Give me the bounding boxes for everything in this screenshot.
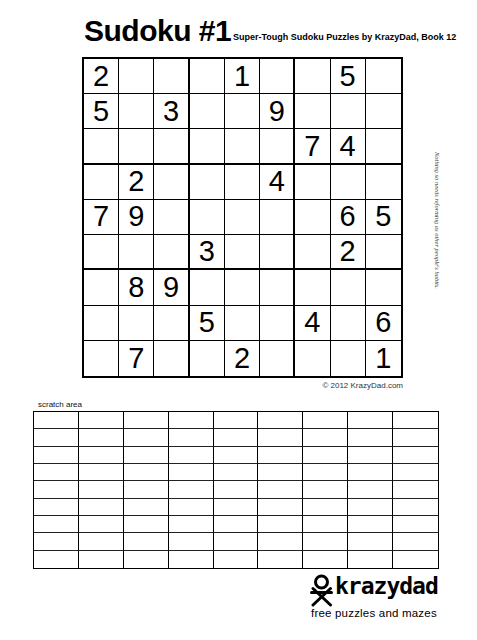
sudoku-cell-r2c6[interactable]: 9 xyxy=(260,94,295,129)
scratch-cell[interactable] xyxy=(348,499,393,516)
sudoku-cell-r6c9[interactable] xyxy=(366,235,401,270)
sudoku-cell-r4c3[interactable] xyxy=(154,165,189,200)
scratch-cell[interactable] xyxy=(124,499,169,516)
sudoku-cell-r3c2[interactable] xyxy=(119,129,154,164)
sudoku-cell-r3c9[interactable] xyxy=(366,129,401,164)
scratch-cell[interactable] xyxy=(258,429,303,446)
scratch-cell[interactable] xyxy=(124,447,169,464)
sudoku-cell-r9c1[interactable] xyxy=(84,341,119,376)
scratch-cell[interactable] xyxy=(79,551,124,568)
sudoku-cell-r5c6[interactable] xyxy=(260,200,295,235)
sudoku-cell-r1c1[interactable]: 2 xyxy=(84,59,119,94)
scratch-cell[interactable] xyxy=(34,516,79,533)
sudoku-page: Sudoku #1 Super-Tough Sudoku Puzzles by … xyxy=(0,0,477,640)
sudoku-cell-r4c7[interactable] xyxy=(295,165,330,200)
scratch-cell[interactable] xyxy=(124,481,169,498)
scratch-cell[interactable] xyxy=(34,481,79,498)
scratch-cell[interactable] xyxy=(169,464,214,481)
sudoku-cell-r3c3[interactable] xyxy=(154,129,189,164)
sudoku-cell-r5c7[interactable] xyxy=(295,200,330,235)
scratch-area-label: scratch area xyxy=(38,400,82,409)
scratch-cell[interactable] xyxy=(124,551,169,568)
sudoku-cell-r8c1[interactable] xyxy=(84,306,119,341)
scratch-cell[interactable] xyxy=(169,499,214,516)
scratch-cell[interactable] xyxy=(79,429,124,446)
sudoku-cell-r3c5[interactable] xyxy=(225,129,260,164)
scratch-cell[interactable] xyxy=(79,516,124,533)
sudoku-cell-r8c9[interactable]: 6 xyxy=(366,306,401,341)
scratch-cell[interactable] xyxy=(303,412,348,429)
scratch-cell[interactable] xyxy=(169,551,214,568)
brand-wordmark: krazydad xyxy=(335,574,438,597)
scratch-cell[interactable] xyxy=(79,447,124,464)
scratch-cell[interactable] xyxy=(393,499,438,516)
scratch-cell[interactable] xyxy=(258,551,303,568)
sudoku-cell-r6c7[interactable] xyxy=(295,235,330,270)
scratch-cell[interactable] xyxy=(393,533,438,550)
scratch-cell[interactable] xyxy=(169,533,214,550)
sudoku-cell-r9c4[interactable] xyxy=(190,341,225,376)
sudoku-cell-r4c5[interactable] xyxy=(225,165,260,200)
sudoku-cell-r9c5[interactable]: 2 xyxy=(225,341,260,376)
page-subtitle: Super-Tough Sudoku Puzzles by KrazyDad, … xyxy=(233,32,456,42)
scratch-cell[interactable] xyxy=(34,464,79,481)
scratch-cell[interactable] xyxy=(79,412,124,429)
sudoku-cell-r9c2[interactable]: 7 xyxy=(119,341,154,376)
sudoku-cell-r8c5[interactable] xyxy=(225,306,260,341)
sudoku-cell-r2c3[interactable]: 3 xyxy=(154,94,189,129)
scratch-cell[interactable] xyxy=(258,533,303,550)
scratch-cell[interactable] xyxy=(34,447,79,464)
scratch-cell[interactable] xyxy=(79,499,124,516)
scratch-cell[interactable] xyxy=(393,447,438,464)
scratch-cell[interactable] xyxy=(124,412,169,429)
margin-quote: Nothing so needs reforming as other peop… xyxy=(434,152,441,362)
sudoku-cell-r2c9[interactable] xyxy=(366,94,401,129)
scratch-cell[interactable] xyxy=(393,412,438,429)
scratch-cell[interactable] xyxy=(303,464,348,481)
scratch-cell[interactable] xyxy=(34,551,79,568)
scratch-cell[interactable] xyxy=(169,429,214,446)
scratch-cell[interactable] xyxy=(348,412,393,429)
sudoku-cell-r8c3[interactable] xyxy=(154,306,189,341)
sudoku-cell-r3c1[interactable] xyxy=(84,129,119,164)
scratch-cell[interactable] xyxy=(169,516,214,533)
sudoku-cell-r1c4[interactable] xyxy=(190,59,225,94)
sudoku-cell-r9c7[interactable] xyxy=(295,341,330,376)
scratch-cell[interactable] xyxy=(348,447,393,464)
sudoku-cell-r7c9[interactable] xyxy=(366,270,401,305)
sudoku-cell-r2c8[interactable] xyxy=(331,94,366,129)
sudoku-cell-r7c7[interactable] xyxy=(295,270,330,305)
sudoku-cell-r1c9[interactable] xyxy=(366,59,401,94)
sudoku-cell-r1c7[interactable] xyxy=(295,59,330,94)
scratch-cell[interactable] xyxy=(348,429,393,446)
sudoku-cell-r8c6[interactable] xyxy=(260,306,295,341)
sudoku-cell-r6c2[interactable] xyxy=(119,235,154,270)
sudoku-cell-r7c3[interactable]: 9 xyxy=(154,270,189,305)
scratch-cell[interactable] xyxy=(303,429,348,446)
scratch-cell[interactable] xyxy=(169,481,214,498)
scratch-cell[interactable] xyxy=(214,533,259,550)
scratch-cell[interactable] xyxy=(348,464,393,481)
sudoku-cell-r1c3[interactable] xyxy=(154,59,189,94)
scratch-cell[interactable] xyxy=(34,429,79,446)
sudoku-cell-r9c6[interactable] xyxy=(260,341,295,376)
scratch-cell[interactable] xyxy=(214,412,259,429)
krazydad-logo: krazydad free puzzles and mazes xyxy=(308,574,448,619)
scratch-cell[interactable] xyxy=(258,499,303,516)
sudoku-cell-r6c5[interactable] xyxy=(225,235,260,270)
sudoku-cell-r3c6[interactable] xyxy=(260,129,295,164)
scratch-cell[interactable] xyxy=(214,481,259,498)
scratch-cell[interactable] xyxy=(303,481,348,498)
sudoku-cell-r7c4[interactable] xyxy=(190,270,225,305)
sudoku-cell-r3c4[interactable] xyxy=(190,129,225,164)
scratch-cell[interactable] xyxy=(393,429,438,446)
sudoku-cell-r4c2[interactable]: 2 xyxy=(119,165,154,200)
sudoku-cell-r7c1[interactable] xyxy=(84,270,119,305)
sudoku-cell-r8c2[interactable] xyxy=(119,306,154,341)
scratch-cell[interactable] xyxy=(393,516,438,533)
scratch-cell[interactable] xyxy=(124,516,169,533)
krazydad-stickman-icon xyxy=(308,574,335,607)
sudoku-cell-r1c5[interactable]: 1 xyxy=(225,59,260,94)
sudoku-cell-r2c5[interactable] xyxy=(225,94,260,129)
sudoku-cell-r6c1[interactable] xyxy=(84,235,119,270)
sudoku-cell-r7c8[interactable] xyxy=(331,270,366,305)
scratch-cell[interactable] xyxy=(214,429,259,446)
scratch-cell[interactable] xyxy=(124,429,169,446)
copyright-text: © 2012 KrazyDad.com xyxy=(203,381,403,390)
sudoku-cell-r5c8[interactable]: 6 xyxy=(331,200,366,235)
scratch-cell[interactable] xyxy=(303,516,348,533)
scratch-cell[interactable] xyxy=(348,533,393,550)
sudoku-cell-r2c7[interactable] xyxy=(295,94,330,129)
sudoku-cell-r5c2[interactable]: 9 xyxy=(119,200,154,235)
scratch-cell[interactable] xyxy=(393,481,438,498)
scratch-cell[interactable] xyxy=(258,516,303,533)
sudoku-cell-r7c2[interactable]: 8 xyxy=(119,270,154,305)
sudoku-cell-r5c4[interactable] xyxy=(190,200,225,235)
brand-tagline: free puzzles and mazes xyxy=(308,607,448,619)
scratch-cell[interactable] xyxy=(258,464,303,481)
sudoku-cell-r4c8[interactable] xyxy=(331,165,366,200)
sudoku-cell-r3c8[interactable]: 4 xyxy=(331,129,366,164)
sudoku-cell-r3c7[interactable]: 7 xyxy=(295,129,330,164)
sudoku-cell-r8c4[interactable]: 5 xyxy=(190,306,225,341)
sudoku-cell-r9c8[interactable] xyxy=(331,341,366,376)
scratch-cell[interactable] xyxy=(124,464,169,481)
sudoku-cell-r1c2[interactable] xyxy=(119,59,154,94)
sudoku-cell-r5c9[interactable]: 5 xyxy=(366,200,401,235)
scratch-cell[interactable] xyxy=(79,464,124,481)
sudoku-cell-r4c9[interactable] xyxy=(366,165,401,200)
scratch-cell[interactable] xyxy=(348,551,393,568)
scratch-cell[interactable] xyxy=(124,533,169,550)
sudoku-cell-r8c8[interactable] xyxy=(331,306,366,341)
sudoku-cell-r4c6[interactable]: 4 xyxy=(260,165,295,200)
scratch-cell[interactable] xyxy=(34,412,79,429)
sudoku-cell-r7c6[interactable] xyxy=(260,270,295,305)
scratch-cell[interactable] xyxy=(214,516,259,533)
scratch-cell[interactable] xyxy=(258,481,303,498)
page-title: Sudoku #1 xyxy=(84,14,231,48)
scratch-cell[interactable] xyxy=(169,447,214,464)
sudoku-cell-r2c4[interactable] xyxy=(190,94,225,129)
scratch-cell[interactable] xyxy=(393,551,438,568)
scratch-grid xyxy=(33,411,439,569)
scratch-cell[interactable] xyxy=(303,499,348,516)
scratch-cell[interactable] xyxy=(214,551,259,568)
scratch-cell[interactable] xyxy=(79,533,124,550)
sudoku-cell-r6c8[interactable]: 2 xyxy=(331,235,366,270)
scratch-cell[interactable] xyxy=(258,447,303,464)
sudoku-cell-r5c5[interactable] xyxy=(225,200,260,235)
scratch-cell[interactable] xyxy=(393,464,438,481)
sudoku-board: 215539742479653289546721 xyxy=(82,57,403,378)
sudoku-cell-r2c1[interactable]: 5 xyxy=(84,94,119,129)
scratch-cell[interactable] xyxy=(34,499,79,516)
scratch-cell[interactable] xyxy=(169,412,214,429)
scratch-cell[interactable] xyxy=(214,464,259,481)
sudoku-cell-r1c8[interactable]: 5 xyxy=(331,59,366,94)
scratch-cell[interactable] xyxy=(348,516,393,533)
sudoku-cell-r2c2[interactable] xyxy=(119,94,154,129)
sudoku-cell-r6c6[interactable] xyxy=(260,235,295,270)
scratch-cell[interactable] xyxy=(303,533,348,550)
sudoku-cell-r9c3[interactable] xyxy=(154,341,189,376)
scratch-cell[interactable] xyxy=(34,533,79,550)
scratch-cell[interactable] xyxy=(258,412,303,429)
sudoku-cell-r8c7[interactable]: 4 xyxy=(295,306,330,341)
sudoku-cell-r6c4[interactable]: 3 xyxy=(190,235,225,270)
sudoku-cell-r6c3[interactable] xyxy=(154,235,189,270)
scratch-cell[interactable] xyxy=(79,481,124,498)
sudoku-cell-r7c5[interactable] xyxy=(225,270,260,305)
scratch-cell[interactable] xyxy=(303,447,348,464)
sudoku-cell-r1c6[interactable] xyxy=(260,59,295,94)
scratch-cell[interactable] xyxy=(214,499,259,516)
sudoku-cell-r9c9[interactable]: 1 xyxy=(366,341,401,376)
sudoku-cell-r5c3[interactable] xyxy=(154,200,189,235)
sudoku-cell-r5c1[interactable]: 7 xyxy=(84,200,119,235)
scratch-cell[interactable] xyxy=(303,551,348,568)
sudoku-cell-r4c4[interactable] xyxy=(190,165,225,200)
scratch-cell[interactable] xyxy=(348,481,393,498)
sudoku-cell-r4c1[interactable] xyxy=(84,165,119,200)
scratch-cell[interactable] xyxy=(214,447,259,464)
